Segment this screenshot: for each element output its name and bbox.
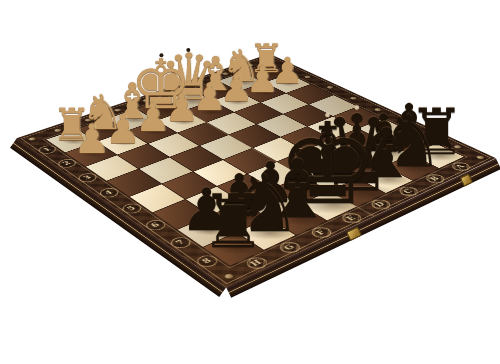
white-pawn[interactable]: ♟	[73, 119, 110, 160]
white-pawn[interactable]: ♟	[105, 108, 141, 148]
finial-dot-icon	[159, 54, 163, 58]
finial-dot-icon	[326, 113, 330, 117]
product-photo-scene: 12345678 HGFEDCBA ♜♞♝♛♚♝♞♜♟♟♟♟♟♟♟♟♟♟♟♟♟♟…	[0, 0, 500, 364]
black-rook[interactable]: ♜	[200, 185, 266, 259]
pieces-layer: ♜♞♝♛♚♝♞♜♟♟♟♟♟♟♟♟♟♟♟♟♟♟♟♟♜♞♝♛♚♝♞♜	[0, 0, 500, 364]
